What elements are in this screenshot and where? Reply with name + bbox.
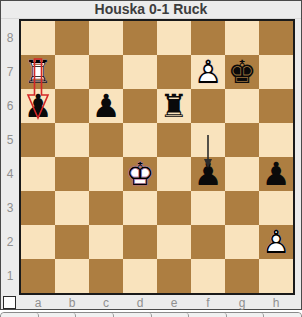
square-a5[interactable] xyxy=(21,123,55,157)
rank-label-4: 4 xyxy=(1,157,19,191)
file-label-d: d xyxy=(123,296,157,310)
white-king-piece[interactable]: ♚♔ xyxy=(123,157,157,191)
square-f2[interactable] xyxy=(191,225,225,259)
square-c8[interactable] xyxy=(89,21,123,55)
square-h3[interactable] xyxy=(259,191,293,225)
square-e2[interactable] xyxy=(157,225,191,259)
square-d3[interactable] xyxy=(123,191,157,225)
toolbar-button-4[interactable] xyxy=(114,313,152,317)
square-a6[interactable]: ♟ xyxy=(21,89,55,123)
square-h6[interactable] xyxy=(259,89,293,123)
square-b6[interactable] xyxy=(55,89,89,123)
black-pawn-piece[interactable]: ♟ xyxy=(89,89,123,123)
square-a2[interactable] xyxy=(21,225,55,259)
square-g8[interactable] xyxy=(225,21,259,55)
toolbar-button-8[interactable] xyxy=(264,313,301,317)
square-b3[interactable] xyxy=(55,191,89,225)
square-c3[interactable] xyxy=(89,191,123,225)
square-g2[interactable] xyxy=(225,225,259,259)
square-c2[interactable] xyxy=(89,225,123,259)
file-label-g: g xyxy=(225,296,259,310)
square-c6[interactable]: ♟ xyxy=(89,89,123,123)
file-label-b: b xyxy=(55,296,89,310)
white-to-move-indicator xyxy=(3,296,16,309)
square-d5[interactable] xyxy=(123,123,157,157)
square-f7[interactable]: ♟♙ xyxy=(191,55,225,89)
square-b5[interactable] xyxy=(55,123,89,157)
square-f5[interactable] xyxy=(191,123,225,157)
square-e5[interactable] xyxy=(157,123,191,157)
rank-label-8: 8 xyxy=(1,21,19,55)
square-d1[interactable] xyxy=(123,259,157,293)
rank-label-2: 2 xyxy=(1,225,19,259)
square-g1[interactable] xyxy=(225,259,259,293)
square-e4[interactable] xyxy=(157,157,191,191)
square-d7[interactable] xyxy=(123,55,157,89)
square-a8[interactable] xyxy=(21,21,55,55)
chess-diagram-panel: Houska 0-1 Ruck 87654321 ♜♖♟♙♚♟♟♜♚♔♟♟♟♙ … xyxy=(0,0,302,310)
rank-label-3: 3 xyxy=(1,191,19,225)
square-d8[interactable] xyxy=(123,21,157,55)
toolbar-button-6[interactable] xyxy=(189,313,227,317)
square-h4[interactable]: ♟ xyxy=(259,157,293,191)
square-f8[interactable] xyxy=(191,21,225,55)
toolbar-button-2[interactable] xyxy=(39,313,77,317)
square-e8[interactable] xyxy=(157,21,191,55)
file-label-f: f xyxy=(191,296,225,310)
square-a3[interactable] xyxy=(21,191,55,225)
square-g5[interactable] xyxy=(225,123,259,157)
black-pawn-piece[interactable]: ♟ xyxy=(191,157,225,191)
square-f1[interactable] xyxy=(191,259,225,293)
white-pawn-piece[interactable]: ♟♙ xyxy=(259,225,293,259)
black-pawn-piece[interactable]: ♟ xyxy=(21,89,55,123)
square-g4[interactable] xyxy=(225,157,259,191)
square-b7[interactable] xyxy=(55,55,89,89)
toolbar-button-1[interactable] xyxy=(1,313,39,317)
square-f3[interactable] xyxy=(191,191,225,225)
black-king-piece[interactable]: ♚ xyxy=(225,55,259,89)
square-d4[interactable]: ♚♔ xyxy=(123,157,157,191)
toolbar-button-5[interactable] xyxy=(152,313,190,317)
square-c4[interactable] xyxy=(89,157,123,191)
square-a7[interactable]: ♜♖ xyxy=(21,55,55,89)
square-h7[interactable] xyxy=(259,55,293,89)
square-e6[interactable]: ♜ xyxy=(157,89,191,123)
square-f6[interactable] xyxy=(191,89,225,123)
chess-board: ♜♖♟♙♚♟♟♜♚♔♟♟♟♙ xyxy=(19,19,295,295)
square-d6[interactable] xyxy=(123,89,157,123)
square-f4[interactable]: ♟ xyxy=(191,157,225,191)
black-pawn-piece[interactable]: ♟ xyxy=(259,157,293,191)
square-c1[interactable] xyxy=(89,259,123,293)
square-e1[interactable] xyxy=(157,259,191,293)
square-b1[interactable] xyxy=(55,259,89,293)
white-pawn-piece[interactable]: ♟♙ xyxy=(191,55,225,89)
square-b8[interactable] xyxy=(55,21,89,55)
square-b4[interactable] xyxy=(55,157,89,191)
square-g6[interactable] xyxy=(225,89,259,123)
toolbar-button-7[interactable] xyxy=(227,313,265,317)
rank-label-6: 6 xyxy=(1,89,19,123)
game-title: Houska 0-1 Ruck xyxy=(1,1,301,19)
board-squares: ♜♖♟♙♚♟♟♜♚♔♟♟♟♙ xyxy=(21,21,293,293)
file-labels: abcdefgh xyxy=(21,296,293,310)
square-c7[interactable] xyxy=(89,55,123,89)
square-e7[interactable] xyxy=(157,55,191,89)
square-a1[interactable] xyxy=(21,259,55,293)
square-g3[interactable] xyxy=(225,191,259,225)
square-g7[interactable]: ♚ xyxy=(225,55,259,89)
file-label-a: a xyxy=(21,296,55,310)
black-rook-piece[interactable]: ♜ xyxy=(157,89,191,123)
toolbar-button-3[interactable] xyxy=(76,313,114,317)
square-b2[interactable] xyxy=(55,225,89,259)
rank-label-5: 5 xyxy=(1,123,19,157)
rank-labels: 87654321 xyxy=(1,21,19,293)
square-h8[interactable] xyxy=(259,21,293,55)
diagram-toolbar xyxy=(0,312,302,317)
rank-label-1: 1 xyxy=(1,259,19,293)
file-label-e: e xyxy=(157,296,191,310)
square-h2[interactable]: ♟♙ xyxy=(259,225,293,259)
white-rook-piece[interactable]: ♜♖ xyxy=(21,55,55,89)
file-label-c: c xyxy=(89,296,123,310)
square-a4[interactable] xyxy=(21,157,55,191)
rank-label-7: 7 xyxy=(1,55,19,89)
square-d2[interactable] xyxy=(123,225,157,259)
square-e3[interactable] xyxy=(157,191,191,225)
square-h1[interactable] xyxy=(259,259,293,293)
square-h5[interactable] xyxy=(259,123,293,157)
square-c5[interactable] xyxy=(89,123,123,157)
file-label-h: h xyxy=(259,296,293,310)
